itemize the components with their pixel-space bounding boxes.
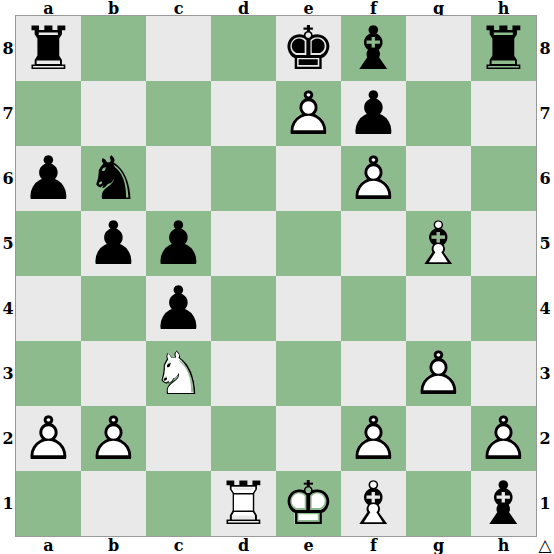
file-label-d-top: d — [211, 0, 276, 16]
square-d3[interactable] — [211, 341, 276, 406]
square-f4[interactable] — [341, 276, 406, 341]
square-c4[interactable]: ♟ — [146, 276, 211, 341]
square-c8[interactable] — [146, 16, 211, 81]
square-e1[interactable]: ♔ — [276, 471, 341, 536]
rank-label-2-left: 2 — [0, 406, 16, 471]
file-label-a-bottom: a — [16, 536, 81, 554]
rank-label-8-left: 8 — [0, 16, 16, 81]
corner-bottom-left — [0, 536, 16, 554]
square-h6[interactable] — [471, 146, 536, 211]
file-label-f-bottom: f — [341, 536, 406, 554]
rank-label-6-left: 6 — [0, 146, 16, 211]
square-g2[interactable] — [406, 406, 471, 471]
square-b7[interactable] — [81, 81, 146, 146]
rank-label-4-left: 4 — [0, 276, 16, 341]
piece-white-knight-c3[interactable]: ♘ — [146, 341, 211, 406]
square-c5[interactable]: ♟ — [146, 211, 211, 276]
square-g6[interactable] — [406, 146, 471, 211]
rank-label-5-left: 5 — [0, 211, 16, 276]
square-b1[interactable] — [81, 471, 146, 536]
piece-black-bishop-f8[interactable]: ♝ — [341, 16, 406, 81]
square-f8[interactable]: ♝ — [341, 16, 406, 81]
square-h5[interactable] — [471, 211, 536, 276]
square-g7[interactable] — [406, 81, 471, 146]
square-h1[interactable]: ♝ — [471, 471, 536, 536]
rank-label-2-right: 2 — [536, 406, 554, 471]
file-label-e-bottom: e — [276, 536, 341, 554]
piece-black-pawn-a6[interactable]: ♟ — [16, 146, 81, 211]
square-f6[interactable]: ♙ — [341, 146, 406, 211]
file-label-b-bottom: b — [81, 536, 146, 554]
square-h4[interactable] — [471, 276, 536, 341]
square-e6[interactable] — [276, 146, 341, 211]
file-label-b-top: b — [81, 0, 146, 16]
square-a4[interactable] — [16, 276, 81, 341]
square-h8[interactable]: ♜ — [471, 16, 536, 81]
square-b3[interactable] — [81, 341, 146, 406]
square-g5[interactable]: ♗ — [406, 211, 471, 276]
square-f1[interactable]: ♗ — [341, 471, 406, 536]
square-d8[interactable] — [211, 16, 276, 81]
square-g4[interactable] — [406, 276, 471, 341]
square-b5[interactable]: ♟ — [81, 211, 146, 276]
corner-top-right — [536, 0, 554, 16]
square-c7[interactable] — [146, 81, 211, 146]
square-e2[interactable] — [276, 406, 341, 471]
piece-black-rook-h8[interactable]: ♜ — [471, 16, 536, 81]
rank-label-6-right: 6 — [536, 146, 554, 211]
piece-black-pawn-c5[interactable]: ♟ — [146, 211, 211, 276]
square-a2[interactable]: ♙ — [16, 406, 81, 471]
square-a8[interactable]: ♜ — [16, 16, 81, 81]
white-to-move-triangle-icon: △ — [538, 536, 551, 554]
square-f2[interactable]: ♙ — [341, 406, 406, 471]
piece-white-pawn-b2[interactable]: ♙ — [81, 406, 146, 471]
square-b4[interactable] — [81, 276, 146, 341]
square-a7[interactable] — [16, 81, 81, 146]
rank-label-1-left: 1 — [0, 471, 16, 536]
square-b2[interactable]: ♙ — [81, 406, 146, 471]
piece-white-bishop-g5[interactable]: ♗ — [406, 211, 471, 276]
square-d4[interactable] — [211, 276, 276, 341]
square-b6[interactable]: ♞ — [81, 146, 146, 211]
square-a5[interactable] — [16, 211, 81, 276]
piece-white-pawn-h2[interactable]: ♙ — [471, 406, 536, 471]
piece-white-pawn-g3[interactable]: ♙ — [406, 341, 471, 406]
corner-bottom-right: △ — [536, 536, 554, 554]
piece-black-pawn-f7[interactable]: ♟ — [341, 81, 406, 146]
square-d6[interactable] — [211, 146, 276, 211]
rank-label-5-right: 5 — [536, 211, 554, 276]
rank-label-3-left: 3 — [0, 341, 16, 406]
square-a6[interactable]: ♟ — [16, 146, 81, 211]
file-label-c-bottom: c — [146, 536, 211, 554]
square-b8[interactable] — [81, 16, 146, 81]
chess-diagram: abcdefgh8♜♚♝♜87♙♟76♟♞♙65♟♟♗54♟43♘♙32♙♙♙♙… — [0, 0, 554, 554]
rank-label-8-right: 8 — [536, 16, 554, 81]
corner-top-left — [0, 0, 16, 16]
square-d2[interactable] — [211, 406, 276, 471]
square-g3[interactable]: ♙ — [406, 341, 471, 406]
rank-label-1-right: 1 — [536, 471, 554, 536]
file-label-g-top: g — [406, 0, 471, 16]
square-c1[interactable] — [146, 471, 211, 536]
piece-black-rook-a8[interactable]: ♜ — [16, 16, 81, 81]
piece-white-pawn-e7[interactable]: ♙ — [276, 81, 341, 146]
piece-black-pawn-b5[interactable]: ♟ — [81, 211, 146, 276]
rank-label-7-right: 7 — [536, 81, 554, 146]
square-g8[interactable] — [406, 16, 471, 81]
piece-black-pawn-c4[interactable]: ♟ — [146, 276, 211, 341]
piece-white-bishop-f1[interactable]: ♗ — [341, 471, 406, 536]
square-a3[interactable] — [16, 341, 81, 406]
file-label-g-bottom: g — [406, 536, 471, 554]
piece-black-king-e8[interactable]: ♚ — [276, 16, 341, 81]
square-e3[interactable] — [276, 341, 341, 406]
square-h2[interactable]: ♙ — [471, 406, 536, 471]
square-f7[interactable]: ♟ — [341, 81, 406, 146]
square-e4[interactable] — [276, 276, 341, 341]
square-f3[interactable] — [341, 341, 406, 406]
square-h7[interactable] — [471, 81, 536, 146]
file-label-h-bottom: h — [471, 536, 536, 554]
square-g1[interactable] — [406, 471, 471, 536]
square-c2[interactable] — [146, 406, 211, 471]
file-label-c-top: c — [146, 0, 211, 16]
rank-label-4-right: 4 — [536, 276, 554, 341]
square-e7[interactable]: ♙ — [276, 81, 341, 146]
square-h3[interactable] — [471, 341, 536, 406]
rank-label-3-right: 3 — [536, 341, 554, 406]
piece-black-knight-b6[interactable]: ♞ — [81, 146, 146, 211]
square-a1[interactable] — [16, 471, 81, 536]
piece-white-pawn-a2[interactable]: ♙ — [16, 406, 81, 471]
rank-label-7-left: 7 — [0, 81, 16, 146]
piece-white-pawn-f2[interactable]: ♙ — [341, 406, 406, 471]
square-c3[interactable]: ♘ — [146, 341, 211, 406]
piece-black-bishop-h1[interactable]: ♝ — [471, 471, 536, 536]
square-c6[interactable] — [146, 146, 211, 211]
file-label-d-bottom: d — [211, 536, 276, 554]
piece-white-king-e1[interactable]: ♔ — [276, 471, 341, 536]
square-d7[interactable] — [211, 81, 276, 146]
square-d5[interactable] — [211, 211, 276, 276]
square-e5[interactable] — [276, 211, 341, 276]
piece-white-rook-d1[interactable]: ♖ — [211, 471, 276, 536]
square-e8[interactable]: ♚ — [276, 16, 341, 81]
piece-white-pawn-f6[interactable]: ♙ — [341, 146, 406, 211]
square-f5[interactable] — [341, 211, 406, 276]
square-d1[interactable]: ♖ — [211, 471, 276, 536]
